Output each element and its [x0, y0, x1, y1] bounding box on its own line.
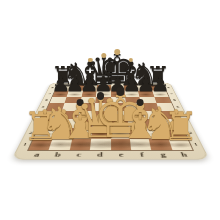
pieces-layer: ♜♞♝♛♚♝♞♜♟♟♟♟♟♟♟♟♟♟♟♟♟♟♟♟♜♞♝♛♚♝♞♜ [0, 0, 220, 220]
product-photo: 87654321 87654321 abcdefgh ♜♞♝♛♚♝♞♜♟♟♟♟♟… [0, 0, 220, 220]
piece-glyph: ♜ [163, 107, 198, 146]
piece-wr-h1: ♜ [163, 107, 198, 146]
piece-glyph: ♟ [151, 74, 170, 95]
piece-bp-h7: ♟ [151, 74, 170, 95]
